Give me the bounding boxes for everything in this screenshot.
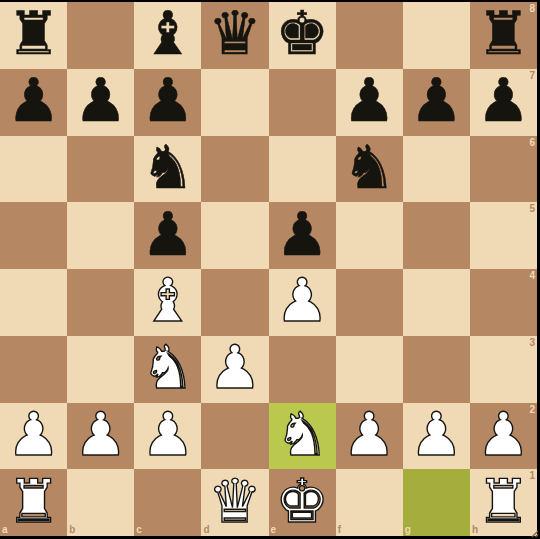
- white-pawn[interactable]: ♟: [208, 337, 262, 397]
- black-king[interactable]: ♚: [275, 3, 329, 63]
- square-b2[interactable]: ♟: [67, 403, 134, 470]
- square-h5[interactable]: 5: [470, 202, 537, 269]
- square-c5[interactable]: ♟: [134, 202, 201, 269]
- chess-board-screen: ♜♝♛♚♜8♟♟♟♟♟♟7♞♞6♟♟5♝♟4♞♟3♟♟♟♞♟♟♟2♜abc♛d♚…: [0, 0, 540, 539]
- square-a2[interactable]: ♟: [0, 403, 67, 470]
- chess-board: ♜♝♛♚♜8♟♟♟♟♟♟7♞♞6♟♟5♝♟4♞♟3♟♟♟♞♟♟♟2♜abc♛d♚…: [0, 2, 537, 536]
- square-b7[interactable]: ♟: [67, 69, 134, 136]
- black-queen[interactable]: ♛: [208, 3, 262, 63]
- square-a1[interactable]: ♜a: [0, 469, 67, 536]
- square-f2[interactable]: ♟: [336, 403, 403, 470]
- white-pawn[interactable]: ♟: [74, 404, 128, 464]
- coord-file-g: g: [405, 525, 411, 535]
- square-g2[interactable]: ♟: [403, 403, 470, 470]
- square-e1[interactable]: ♚e: [269, 469, 336, 536]
- square-a8[interactable]: ♜: [0, 2, 67, 69]
- coord-file-a: a: [2, 525, 8, 535]
- coord-rank-3: 3: [529, 338, 535, 348]
- black-pawn[interactable]: ♟: [141, 70, 195, 130]
- white-knight[interactable]: ♞: [141, 337, 195, 397]
- square-c4[interactable]: ♝: [134, 269, 201, 336]
- white-pawn[interactable]: ♟: [409, 404, 463, 464]
- black-pawn[interactable]: ♟: [477, 70, 531, 130]
- square-e6[interactable]: [269, 136, 336, 203]
- square-h4[interactable]: 4: [470, 269, 537, 336]
- coord-rank-7: 7: [529, 71, 535, 81]
- white-rook[interactable]: ♜: [7, 471, 61, 531]
- square-a4[interactable]: [0, 269, 67, 336]
- square-g8[interactable]: [403, 2, 470, 69]
- square-e7[interactable]: [269, 69, 336, 136]
- square-h2[interactable]: ♟2: [470, 403, 537, 470]
- coord-rank-4: 4: [529, 271, 535, 281]
- coord-rank-5: 5: [529, 204, 535, 214]
- square-g3[interactable]: [403, 336, 470, 403]
- square-b4[interactable]: [67, 269, 134, 336]
- square-e3[interactable]: [269, 336, 336, 403]
- square-d6[interactable]: [201, 136, 268, 203]
- black-pawn[interactable]: ♟: [141, 204, 195, 264]
- white-pawn[interactable]: ♟: [141, 404, 195, 464]
- white-pawn[interactable]: ♟: [275, 270, 329, 330]
- coord-file-d: d: [203, 525, 209, 535]
- white-king[interactable]: ♚: [275, 471, 329, 531]
- square-a7[interactable]: ♟: [0, 69, 67, 136]
- black-rook[interactable]: ♜: [7, 3, 61, 63]
- square-f3[interactable]: [336, 336, 403, 403]
- white-queen[interactable]: ♛: [208, 471, 262, 531]
- square-e5[interactable]: ♟: [269, 202, 336, 269]
- square-g6[interactable]: [403, 136, 470, 203]
- square-c3[interactable]: ♞: [134, 336, 201, 403]
- square-f6[interactable]: ♞: [336, 136, 403, 203]
- coord-rank-1: 1: [529, 471, 535, 481]
- square-f5[interactable]: [336, 202, 403, 269]
- square-h7[interactable]: ♟7: [470, 69, 537, 136]
- square-a6[interactable]: [0, 136, 67, 203]
- square-c7[interactable]: ♟: [134, 69, 201, 136]
- square-c1[interactable]: c: [134, 469, 201, 536]
- square-g1[interactable]: g: [403, 469, 470, 536]
- square-b6[interactable]: [67, 136, 134, 203]
- square-e2[interactable]: ♞: [269, 403, 336, 470]
- white-knight[interactable]: ♞: [275, 404, 329, 464]
- coord-rank-6: 6: [529, 138, 535, 148]
- coord-file-b: b: [69, 525, 75, 535]
- coord-file-e: e: [271, 525, 277, 535]
- square-f7[interactable]: ♟: [336, 69, 403, 136]
- square-g7[interactable]: ♟: [403, 69, 470, 136]
- square-f8[interactable]: [336, 2, 403, 69]
- coord-file-f: f: [338, 525, 341, 535]
- white-pawn[interactable]: ♟: [477, 404, 531, 464]
- square-h1[interactable]: ♜1h: [470, 469, 537, 536]
- white-pawn[interactable]: ♟: [7, 404, 61, 464]
- black-pawn[interactable]: ♟: [74, 70, 128, 130]
- coord-rank-2: 2: [529, 405, 535, 415]
- square-d2[interactable]: [201, 403, 268, 470]
- black-knight[interactable]: ♞: [141, 137, 195, 197]
- square-b3[interactable]: [67, 336, 134, 403]
- black-bishop[interactable]: ♝: [141, 3, 195, 63]
- white-rook[interactable]: ♜: [477, 471, 531, 531]
- square-d8[interactable]: ♛: [201, 2, 268, 69]
- square-d7[interactable]: [201, 69, 268, 136]
- resize-grip-icon[interactable]: [531, 530, 539, 538]
- square-d5[interactable]: [201, 202, 268, 269]
- square-h6[interactable]: 6: [470, 136, 537, 203]
- square-h8[interactable]: ♜8: [470, 2, 537, 69]
- square-b1[interactable]: b: [67, 469, 134, 536]
- square-f1[interactable]: f: [336, 469, 403, 536]
- square-c6[interactable]: ♞: [134, 136, 201, 203]
- black-pawn[interactable]: ♟: [7, 70, 61, 130]
- square-e4[interactable]: ♟: [269, 269, 336, 336]
- square-g4[interactable]: [403, 269, 470, 336]
- square-b8[interactable]: [67, 2, 134, 69]
- black-pawn[interactable]: ♟: [342, 70, 396, 130]
- square-d3[interactable]: ♟: [201, 336, 268, 403]
- square-c2[interactable]: ♟: [134, 403, 201, 470]
- square-d4[interactable]: [201, 269, 268, 336]
- square-c8[interactable]: ♝: [134, 2, 201, 69]
- black-rook[interactable]: ♜: [477, 3, 531, 63]
- square-a3[interactable]: [0, 336, 67, 403]
- coord-file-c: c: [136, 525, 142, 535]
- square-g5[interactable]: [403, 202, 470, 269]
- square-h3[interactable]: 3: [470, 336, 537, 403]
- square-e8[interactable]: ♚: [269, 2, 336, 69]
- coord-file-h: h: [472, 525, 478, 535]
- square-a5[interactable]: [0, 202, 67, 269]
- square-b5[interactable]: [67, 202, 134, 269]
- coord-rank-8: 8: [529, 4, 535, 14]
- white-bishop[interactable]: ♝: [141, 270, 195, 330]
- black-pawn[interactable]: ♟: [409, 70, 463, 130]
- black-pawn[interactable]: ♟: [275, 204, 329, 264]
- square-d1[interactable]: ♛d: [201, 469, 268, 536]
- black-knight[interactable]: ♞: [342, 137, 396, 197]
- white-pawn[interactable]: ♟: [342, 404, 396, 464]
- square-f4[interactable]: [336, 269, 403, 336]
